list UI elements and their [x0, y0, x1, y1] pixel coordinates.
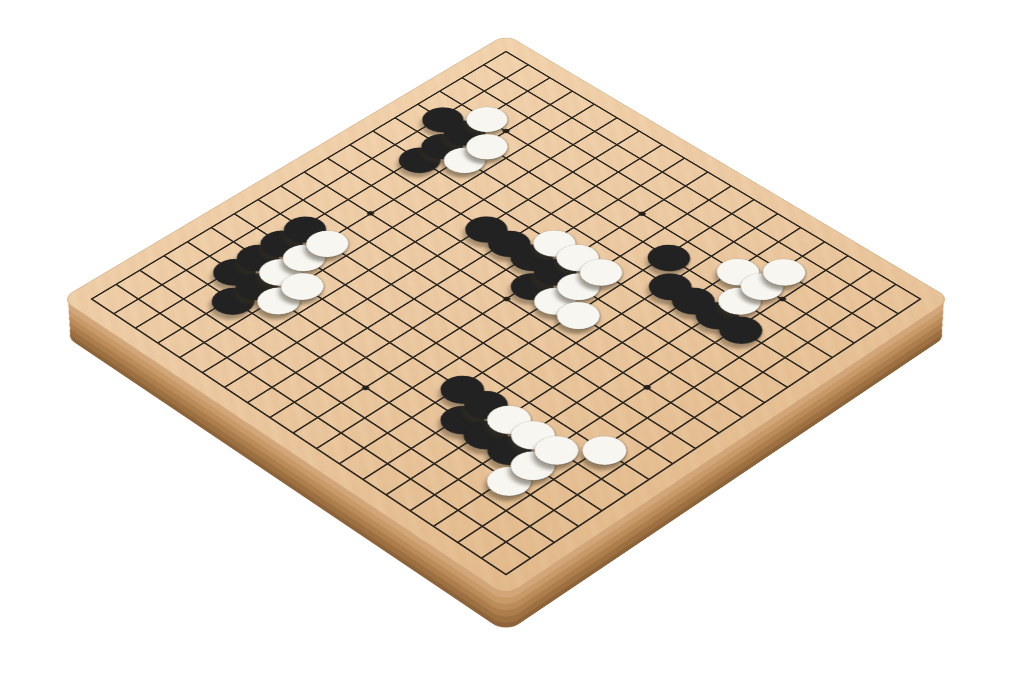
white-stone: ●: [474, 397, 538, 438]
white-stone: ●: [498, 412, 562, 453]
white-stone: ●: [498, 443, 562, 485]
hoshi-point: [501, 476, 511, 483]
black-stone: ●: [474, 428, 538, 470]
board-face: ●●●●●●●●●●●●●●●●●●●●●●●●●●●●●●●●●●●●●●●●…: [61, 34, 952, 597]
black-stone: ●: [427, 397, 491, 438]
hoshi-point: [642, 384, 652, 390]
white-stone: ●: [544, 294, 606, 333]
photo-canvas: ●●●●●●●●●●●●●●●●●●●●●●●●●●●●●●●●●●●●●●●●…: [0, 0, 1020, 680]
hoshi-point: [360, 384, 370, 390]
black-stone: ●: [451, 382, 515, 423]
white-stone: ●: [521, 428, 585, 470]
white-stone: ●: [474, 458, 539, 500]
black-stone: ●: [683, 294, 745, 333]
go-board: ●●●●●●●●●●●●●●●●●●●●●●●●●●●●●●●●●●●●●●●●…: [61, 34, 952, 597]
white-stone: ●: [569, 428, 633, 470]
black-stone: ●: [706, 308, 769, 348]
black-stone: ●: [427, 367, 490, 408]
black-stone: ●: [450, 412, 514, 453]
